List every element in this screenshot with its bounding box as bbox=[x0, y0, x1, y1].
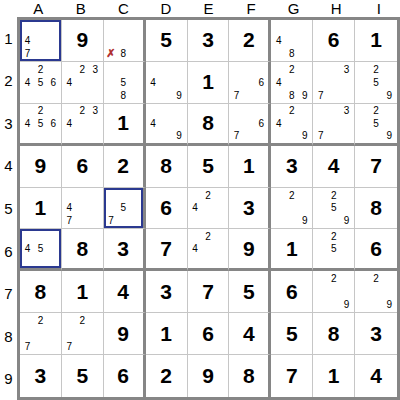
cell-G9[interactable]: 7 bbox=[271, 355, 313, 397]
candidate-B8-7: 7 bbox=[63, 340, 76, 353]
cell-G5[interactable]: 29 bbox=[271, 188, 313, 230]
candidates-A3: 2456 bbox=[21, 105, 60, 142]
candidate-H5-9: 9 bbox=[340, 214, 353, 227]
candidate-B2-2: 2 bbox=[76, 63, 89, 76]
candidates-C2: 58 bbox=[105, 63, 142, 102]
solved-digit-E7: 7 bbox=[202, 280, 214, 304]
solved-digit-C4: 2 bbox=[117, 154, 129, 178]
cell-B2[interactable]: 234 bbox=[62, 62, 104, 104]
solved-digit-E9: 9 bbox=[202, 364, 214, 388]
candidate-I2-2: 2 bbox=[369, 63, 382, 76]
cell-H9[interactable]: 1 bbox=[313, 355, 355, 397]
candidates-A1: 47 bbox=[21, 21, 60, 60]
cell-B4[interactable]: 6 bbox=[62, 146, 104, 188]
candidate-G3-9: 9 bbox=[298, 129, 311, 141]
candidates-E6: 24 bbox=[189, 230, 228, 267]
candidate-A3-5: 5 bbox=[34, 117, 47, 129]
solved-digit-E4: 5 bbox=[202, 154, 214, 178]
cell-D8[interactable]: 1 bbox=[146, 313, 188, 355]
cell-D9[interactable]: 2 bbox=[146, 355, 188, 397]
cell-C7[interactable]: 4 bbox=[104, 271, 146, 313]
candidate-A2-5: 5 bbox=[34, 76, 47, 89]
candidate-H6-5: 5 bbox=[327, 243, 340, 255]
candidate-A3-4: 4 bbox=[21, 117, 34, 129]
cell-B5[interactable]: 47 bbox=[62, 188, 104, 230]
cell-I2[interactable]: 259 bbox=[355, 62, 397, 104]
cell-H4[interactable]: 4 bbox=[313, 146, 355, 188]
candidates-H6: 25 bbox=[314, 230, 353, 267]
column-label-I: I bbox=[357, 0, 400, 17]
solved-digit-E1: 3 bbox=[202, 28, 214, 52]
row-label-2: 2 bbox=[0, 60, 17, 103]
solved-digit-C8: 9 bbox=[117, 322, 129, 346]
candidate-B5-4: 4 bbox=[63, 202, 76, 215]
solved-digit-D4: 8 bbox=[160, 154, 172, 178]
solved-digit-G8: 5 bbox=[286, 322, 298, 346]
row-label-8: 8 bbox=[0, 315, 17, 358]
solved-digit-H8: 8 bbox=[328, 322, 340, 346]
candidates-G5: 29 bbox=[272, 189, 311, 228]
candidate-I7-9: 9 bbox=[383, 298, 396, 311]
solved-digit-I1: 1 bbox=[370, 28, 382, 52]
cell-E1[interactable]: 3 bbox=[188, 20, 230, 62]
candidate-E5-4: 4 bbox=[189, 202, 202, 215]
candidate-G2-8: 8 bbox=[285, 89, 298, 102]
solved-digit-I9: 4 bbox=[370, 364, 382, 388]
solved-digit-I5: 8 bbox=[370, 196, 382, 220]
cell-I7[interactable]: 29 bbox=[355, 271, 397, 313]
candidate-G3-4: 4 bbox=[272, 117, 285, 129]
cell-G8[interactable]: 5 bbox=[271, 313, 313, 355]
row-label-1: 1 bbox=[0, 17, 17, 60]
cell-F7[interactable]: 5 bbox=[229, 271, 271, 313]
candidates-F3: 67 bbox=[230, 105, 267, 142]
row-label-3: 3 bbox=[0, 102, 17, 145]
solved-digit-G6: 1 bbox=[286, 237, 298, 261]
solved-digit-C6: 3 bbox=[117, 237, 129, 261]
cell-D2[interactable]: 49 bbox=[146, 62, 188, 104]
row-labels: 123456789 bbox=[0, 17, 17, 400]
solved-digit-F9: 8 bbox=[243, 364, 255, 388]
cell-E9[interactable]: 9 bbox=[188, 355, 230, 397]
candidate-I3-9: 9 bbox=[383, 129, 396, 141]
column-label-E: E bbox=[187, 0, 230, 17]
candidate-B3-3: 3 bbox=[89, 105, 102, 117]
column-label-C: C bbox=[102, 0, 145, 17]
candidates-A8: 27 bbox=[21, 314, 60, 353]
candidate-H2-3: 3 bbox=[340, 63, 353, 76]
eliminated-candidate-icon-C1-7: ✗ bbox=[105, 47, 117, 60]
candidate-B8-2: 2 bbox=[76, 314, 89, 327]
solved-digit-I6: 6 bbox=[370, 237, 382, 261]
solved-digit-F5: 3 bbox=[243, 196, 255, 220]
solved-digit-G7: 6 bbox=[286, 280, 298, 304]
candidates-G3: 249 bbox=[272, 105, 311, 142]
candidates-I7: 29 bbox=[356, 272, 396, 311]
cell-B9[interactable]: 5 bbox=[62, 355, 104, 397]
candidate-G5-9: 9 bbox=[298, 214, 311, 227]
cell-F8[interactable]: 4 bbox=[229, 313, 271, 355]
cell-D3[interactable]: 49 bbox=[146, 104, 188, 146]
cell-D5[interactable]: 6 bbox=[146, 188, 188, 230]
candidates-B2: 234 bbox=[63, 63, 102, 102]
solved-digit-B9: 5 bbox=[76, 364, 88, 388]
candidate-B3-4: 4 bbox=[63, 117, 76, 129]
cell-A1[interactable]: 47 bbox=[20, 20, 62, 62]
candidate-H7-2: 2 bbox=[327, 272, 340, 285]
candidate-G3-2: 2 bbox=[285, 105, 298, 117]
solved-digit-C7: 4 bbox=[117, 280, 129, 304]
column-label-D: D bbox=[145, 0, 188, 17]
candidate-B2-4: 4 bbox=[63, 76, 76, 89]
column-label-F: F bbox=[230, 0, 273, 17]
solved-digit-H4: 4 bbox=[328, 154, 340, 178]
cell-I4[interactable]: 7 bbox=[355, 146, 397, 188]
candidate-D3-9: 9 bbox=[173, 129, 186, 141]
sudoku-board: ABCDEFGHI 123456789 4798✗532486124562345… bbox=[0, 0, 400, 400]
candidates-H3: 37 bbox=[314, 105, 353, 142]
candidate-F3-7: 7 bbox=[230, 129, 242, 141]
cell-A8[interactable]: 27 bbox=[20, 313, 62, 355]
solved-digit-F8: 4 bbox=[243, 322, 255, 346]
cell-D1[interactable]: 5 bbox=[146, 20, 188, 62]
column-label-H: H bbox=[315, 0, 358, 17]
candidates-A2: 2456 bbox=[21, 63, 60, 102]
solved-digit-D7: 3 bbox=[160, 280, 172, 304]
candidate-G2-2: 2 bbox=[285, 63, 298, 76]
cell-C5[interactable]: 57 bbox=[104, 188, 146, 230]
candidate-G2-9: 9 bbox=[298, 89, 311, 102]
candidate-H7-9: 9 bbox=[340, 298, 353, 311]
cell-F2[interactable]: 67 bbox=[229, 62, 271, 104]
solved-digit-D1: 5 bbox=[160, 28, 172, 52]
cell-H7[interactable]: 29 bbox=[313, 271, 355, 313]
candidates-C1: 8✗ bbox=[105, 21, 142, 60]
candidate-H5-5: 5 bbox=[327, 202, 340, 215]
solved-digit-D6: 7 bbox=[160, 237, 172, 261]
cell-H1[interactable]: 6 bbox=[313, 20, 355, 62]
candidate-F2-6: 6 bbox=[255, 76, 267, 89]
candidate-H3-3: 3 bbox=[340, 105, 353, 117]
cell-H3[interactable]: 37 bbox=[313, 104, 355, 146]
candidate-H5-2: 2 bbox=[327, 189, 340, 202]
solved-digit-H1: 6 bbox=[328, 28, 340, 52]
cell-H2[interactable]: 37 bbox=[313, 62, 355, 104]
candidate-B3-2: 2 bbox=[76, 105, 89, 117]
candidates-H2: 37 bbox=[314, 63, 353, 102]
candidate-I3-5: 5 bbox=[369, 117, 382, 129]
solved-digit-B4: 6 bbox=[76, 154, 88, 178]
cell-F6[interactable]: 9 bbox=[229, 229, 271, 271]
cell-H5[interactable]: 259 bbox=[313, 188, 355, 230]
candidates-G1: 48 bbox=[272, 21, 311, 60]
candidate-E6-2: 2 bbox=[202, 230, 215, 242]
candidate-B5-7: 7 bbox=[63, 214, 76, 227]
solved-digit-G4: 3 bbox=[286, 154, 298, 178]
candidate-C2-5: 5 bbox=[117, 76, 129, 89]
cell-A9[interactable]: 3 bbox=[20, 355, 62, 397]
solved-digit-F4: 1 bbox=[243, 154, 255, 178]
candidate-A2-2: 2 bbox=[34, 63, 47, 76]
candidate-H2-7: 7 bbox=[314, 89, 327, 102]
column-labels: ABCDEFGHI bbox=[17, 0, 400, 17]
candidate-A1-7: 7 bbox=[21, 47, 34, 60]
cell-F5[interactable]: 3 bbox=[229, 188, 271, 230]
cell-E5[interactable]: 24 bbox=[188, 188, 230, 230]
cell-A6[interactable]: 45 bbox=[20, 229, 62, 271]
cell-E3[interactable]: 8 bbox=[188, 104, 230, 146]
row-label-5: 5 bbox=[0, 187, 17, 230]
cell-E6[interactable]: 24 bbox=[188, 229, 230, 271]
cell-I3[interactable]: 259 bbox=[355, 104, 397, 146]
solved-digit-D8: 1 bbox=[160, 322, 172, 346]
cell-H8[interactable]: 8 bbox=[313, 313, 355, 355]
cell-A7[interactable]: 8 bbox=[20, 271, 62, 313]
row-label-6: 6 bbox=[0, 230, 17, 273]
candidates-D3: 49 bbox=[147, 105, 186, 142]
candidates-B8: 27 bbox=[63, 314, 102, 353]
cell-I5[interactable]: 8 bbox=[355, 188, 397, 230]
solved-digit-E3: 8 bbox=[202, 111, 214, 135]
candidate-F3-6: 6 bbox=[255, 117, 267, 129]
solved-digit-A7: 8 bbox=[35, 280, 47, 304]
cell-D6[interactable]: 7 bbox=[146, 229, 188, 271]
candidates-H5: 259 bbox=[314, 189, 353, 228]
candidate-G1-8: 8 bbox=[285, 47, 298, 60]
candidates-F2: 67 bbox=[230, 63, 267, 102]
cell-D4[interactable]: 8 bbox=[146, 146, 188, 188]
row-label-4: 4 bbox=[0, 145, 17, 188]
solved-digit-B6: 8 bbox=[76, 237, 88, 261]
candidate-A2-4: 4 bbox=[21, 76, 34, 89]
candidate-E5-2: 2 bbox=[202, 189, 215, 202]
cell-A3[interactable]: 2456 bbox=[20, 104, 62, 146]
cell-I6[interactable]: 6 bbox=[355, 229, 397, 271]
cell-H6[interactable]: 25 bbox=[313, 229, 355, 271]
cell-I9[interactable]: 4 bbox=[355, 355, 397, 397]
cell-G4[interactable]: 3 bbox=[271, 146, 313, 188]
solved-digit-I4: 7 bbox=[370, 154, 382, 178]
cell-B8[interactable]: 27 bbox=[62, 313, 104, 355]
candidates-I3: 259 bbox=[356, 105, 396, 142]
candidate-A3-2: 2 bbox=[34, 105, 47, 117]
candidate-F2-7: 7 bbox=[230, 89, 242, 102]
column-label-B: B bbox=[60, 0, 103, 17]
cell-F1[interactable]: 2 bbox=[229, 20, 271, 62]
candidate-G1-4: 4 bbox=[272, 34, 285, 47]
cell-E8[interactable]: 6 bbox=[188, 313, 230, 355]
solved-digit-A9: 3 bbox=[35, 364, 47, 388]
candidates-B5: 47 bbox=[63, 189, 102, 228]
solved-digit-F7: 5 bbox=[243, 280, 255, 304]
solved-digit-D5: 6 bbox=[160, 196, 172, 220]
cell-A2[interactable]: 2456 bbox=[20, 62, 62, 104]
row-label-9: 9 bbox=[0, 357, 17, 400]
candidates-B3: 234 bbox=[63, 105, 102, 142]
candidate-H3-7: 7 bbox=[314, 129, 327, 141]
cell-I1[interactable]: 1 bbox=[355, 20, 397, 62]
cell-F4[interactable]: 1 bbox=[229, 146, 271, 188]
solved-digit-H9: 1 bbox=[328, 364, 340, 388]
row-label-7: 7 bbox=[0, 272, 17, 315]
candidates-A6: 45 bbox=[21, 230, 60, 267]
candidate-D3-4: 4 bbox=[147, 117, 160, 129]
candidate-C1-8: 8 bbox=[117, 47, 129, 60]
candidates-E5: 24 bbox=[189, 189, 228, 228]
cell-D7[interactable]: 3 bbox=[146, 271, 188, 313]
solved-digit-B7: 1 bbox=[76, 280, 88, 304]
candidates-H7: 29 bbox=[314, 272, 353, 311]
cell-C6[interactable]: 3 bbox=[104, 229, 146, 271]
cell-G2[interactable]: 2489 bbox=[271, 62, 313, 104]
cell-B6[interactable]: 8 bbox=[62, 229, 104, 271]
cell-F3[interactable]: 67 bbox=[229, 104, 271, 146]
cell-B3[interactable]: 234 bbox=[62, 104, 104, 146]
candidates-G2: 2489 bbox=[272, 63, 311, 102]
sudoku-grid: 4798✗53248612456234584916724893725924562… bbox=[17, 17, 400, 400]
candidate-G2-4: 4 bbox=[272, 76, 285, 89]
cell-A5[interactable]: 1 bbox=[20, 188, 62, 230]
cell-E4[interactable]: 5 bbox=[188, 146, 230, 188]
solved-digit-I8: 3 bbox=[370, 322, 382, 346]
solved-digit-G9: 7 bbox=[286, 364, 298, 388]
candidate-I2-5: 5 bbox=[369, 76, 382, 89]
candidate-A6-4: 4 bbox=[21, 243, 34, 255]
candidate-A8-2: 2 bbox=[34, 314, 47, 327]
candidate-B2-3: 3 bbox=[89, 63, 102, 76]
cell-B7[interactable]: 1 bbox=[62, 271, 104, 313]
cell-E7[interactable]: 7 bbox=[188, 271, 230, 313]
cell-G7[interactable]: 6 bbox=[271, 271, 313, 313]
cell-C2[interactable]: 58 bbox=[104, 62, 146, 104]
solved-digit-C9: 6 bbox=[117, 364, 129, 388]
candidate-I3-2: 2 bbox=[369, 105, 382, 117]
cell-C3[interactable]: 1 bbox=[104, 104, 146, 146]
solved-digit-C3: 1 bbox=[117, 111, 129, 135]
candidate-C2-8: 8 bbox=[117, 89, 129, 102]
cell-G6[interactable]: 1 bbox=[271, 229, 313, 271]
solved-digit-A5: 1 bbox=[35, 196, 47, 220]
candidates-I2: 259 bbox=[356, 63, 396, 102]
candidate-I2-9: 9 bbox=[383, 89, 396, 102]
column-label-G: G bbox=[272, 0, 315, 17]
candidate-A1-4: 4 bbox=[21, 34, 34, 47]
candidate-D2-9: 9 bbox=[173, 89, 186, 102]
solved-digit-A4: 9 bbox=[35, 154, 47, 178]
candidate-C5-5: 5 bbox=[117, 202, 129, 215]
solved-digit-F1: 2 bbox=[243, 28, 255, 52]
candidates-D2: 49 bbox=[147, 63, 186, 102]
solved-digit-E2: 1 bbox=[202, 70, 214, 94]
cell-F9[interactable]: 8 bbox=[229, 355, 271, 397]
cell-E2[interactable]: 1 bbox=[188, 62, 230, 104]
cell-C9[interactable]: 6 bbox=[104, 355, 146, 397]
candidate-A3-6: 6 bbox=[47, 117, 60, 129]
candidate-D2-4: 4 bbox=[147, 76, 160, 89]
cell-C8[interactable]: 9 bbox=[104, 313, 146, 355]
candidate-H6-2: 2 bbox=[327, 230, 340, 242]
candidate-I7-2: 2 bbox=[369, 272, 382, 285]
solved-digit-F6: 9 bbox=[243, 237, 255, 261]
solved-digit-D9: 2 bbox=[160, 364, 172, 388]
candidate-E6-4: 4 bbox=[189, 243, 202, 255]
cell-B1[interactable]: 9 bbox=[62, 20, 104, 62]
candidate-G5-2: 2 bbox=[285, 189, 298, 202]
cell-I8[interactable]: 3 bbox=[355, 313, 397, 355]
cell-A4[interactable]: 9 bbox=[20, 146, 62, 188]
column-label-A: A bbox=[17, 0, 60, 17]
cell-G3[interactable]: 249 bbox=[271, 104, 313, 146]
candidates-C5: 57 bbox=[105, 189, 142, 228]
cell-G1[interactable]: 48 bbox=[271, 20, 313, 62]
candidate-A6-5: 5 bbox=[34, 243, 47, 255]
candidate-A2-6: 6 bbox=[47, 76, 60, 89]
cell-C1[interactable]: 8✗ bbox=[104, 20, 146, 62]
candidate-A8-7: 7 bbox=[21, 340, 34, 353]
candidate-C5-7: 7 bbox=[105, 214, 117, 227]
solved-digit-B1: 9 bbox=[76, 28, 88, 52]
solved-digit-E8: 6 bbox=[202, 322, 214, 346]
cell-C4[interactable]: 2 bbox=[104, 146, 146, 188]
